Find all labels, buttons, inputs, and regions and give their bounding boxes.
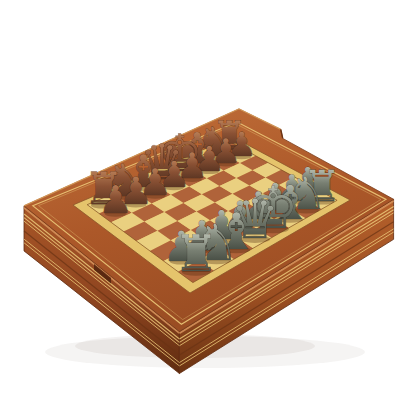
- chess-set-scene: ♜♟♞♟♝♟♚♟♛♟♝♟♟♞♜♟♟♜♞♟♟♝♟♚♟♛♟♝♟♞♟♜: [0, 0, 400, 400]
- piece-glyph: ♟: [98, 177, 132, 222]
- piece-white-rook-a1[interactable]: ♜: [173, 224, 218, 283]
- chess-board-photo: ♜♟♞♟♝♟♚♟♛♟♝♟♟♞♜♟♟♜♞♟♟♝♟♚♟♛♟♝♟♞♟♜: [0, 0, 400, 400]
- piece-glyph: ♜: [173, 224, 218, 283]
- piece-black-pawn-a7[interactable]: ♟: [98, 177, 132, 222]
